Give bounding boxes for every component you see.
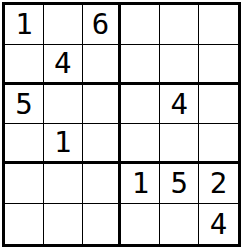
cell-r5c2[interactable]: [44, 164, 83, 204]
cell-r6c1[interactable]: [5, 204, 44, 244]
cell-r4c6[interactable]: [199, 124, 238, 164]
cell-r1c4[interactable]: [121, 5, 160, 45]
cell-r6c4[interactable]: [121, 204, 160, 244]
cell-r1c5[interactable]: [160, 5, 199, 45]
cell-r2c2[interactable]: 4: [44, 45, 83, 85]
cell-r4c3[interactable]: [83, 124, 122, 164]
sudoku-board: 1 6 4 5 4 1 1 5 2 4: [2, 2, 241, 247]
cell-r4c2[interactable]: 1: [44, 124, 83, 164]
cell-r3c1[interactable]: 5: [5, 85, 44, 125]
cell-r6c5[interactable]: [160, 204, 199, 244]
cell-r1c2[interactable]: [44, 5, 83, 45]
cell-r4c4[interactable]: [121, 124, 160, 164]
cell-r2c5[interactable]: [160, 45, 199, 85]
cell-r2c1[interactable]: [5, 45, 44, 85]
cell-r5c6[interactable]: 2: [199, 164, 238, 204]
cell-r1c1[interactable]: 1: [5, 5, 44, 45]
cell-r5c4[interactable]: 1: [121, 164, 160, 204]
cell-r4c5[interactable]: [160, 124, 199, 164]
cell-r1c6[interactable]: [199, 5, 238, 45]
cell-r3c3[interactable]: [83, 85, 122, 125]
cell-r3c2[interactable]: [44, 85, 83, 125]
cell-r2c3[interactable]: [83, 45, 122, 85]
cell-r4c1[interactable]: [5, 124, 44, 164]
cell-r2c4[interactable]: [121, 45, 160, 85]
cell-r1c3[interactable]: 6: [83, 5, 122, 45]
cell-r3c4[interactable]: [121, 85, 160, 125]
cell-r6c6[interactable]: 4: [199, 204, 238, 244]
cell-r3c6[interactable]: [199, 85, 238, 125]
cell-r3c5[interactable]: 4: [160, 85, 199, 125]
cell-r6c3[interactable]: [83, 204, 122, 244]
cell-r2c6[interactable]: [199, 45, 238, 85]
cell-r5c5[interactable]: 5: [160, 164, 199, 204]
cell-r5c1[interactable]: [5, 164, 44, 204]
cell-r5c3[interactable]: [83, 164, 122, 204]
cell-r6c2[interactable]: [44, 204, 83, 244]
